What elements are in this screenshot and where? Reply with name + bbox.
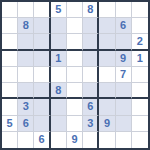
cell-r7c8[interactable] <box>116 99 132 115</box>
cell-r5c2[interactable] <box>18 67 34 83</box>
cell-r8c1[interactable]: 5 <box>2 116 18 132</box>
cell-r9c1[interactable] <box>2 132 18 148</box>
cell-r7c6[interactable]: 6 <box>83 99 99 115</box>
cell-r4c5[interactable] <box>67 51 83 67</box>
cell-r6c3[interactable] <box>34 83 50 99</box>
cell-r7c3[interactable] <box>34 99 50 115</box>
cell-r1c1[interactable] <box>2 2 18 18</box>
cell-r4c9[interactable]: 1 <box>132 51 148 67</box>
cell-r2c2[interactable]: 8 <box>18 18 34 34</box>
cell-r1c6[interactable]: 8 <box>83 2 99 18</box>
cell-r3c1[interactable] <box>2 34 18 50</box>
cell-r5c3[interactable] <box>34 67 50 83</box>
cell-r2c7[interactable] <box>99 18 115 34</box>
cell-r6c7[interactable] <box>99 83 115 99</box>
cell-r9c4[interactable] <box>51 132 67 148</box>
cell-r9c6[interactable] <box>83 132 99 148</box>
cell-r3c7[interactable] <box>99 34 115 50</box>
cell-r3c6[interactable] <box>83 34 99 50</box>
cell-r7c2[interactable]: 3 <box>18 99 34 115</box>
cell-r3c9[interactable]: 2 <box>132 34 148 50</box>
cell-r1c4[interactable]: 5 <box>51 2 67 18</box>
cell-r2c5[interactable] <box>67 18 83 34</box>
cell-r3c4[interactable] <box>51 34 67 50</box>
cell-r6c5[interactable] <box>67 83 83 99</box>
cell-r3c5[interactable] <box>67 34 83 50</box>
cell-r4c1[interactable] <box>2 51 18 67</box>
cell-r1c7[interactable] <box>99 2 115 18</box>
cell-r9c8[interactable] <box>116 132 132 148</box>
sudoku-board: 588621917836563969 <box>0 0 150 150</box>
cell-r1c3[interactable] <box>34 2 50 18</box>
cell-r9c5[interactable]: 9 <box>67 132 83 148</box>
cell-r7c4[interactable] <box>51 99 67 115</box>
cell-r4c3[interactable] <box>34 51 50 67</box>
cell-r7c1[interactable] <box>2 99 18 115</box>
cell-r8c8[interactable] <box>116 116 132 132</box>
cell-r9c2[interactable] <box>18 132 34 148</box>
cell-r6c9[interactable] <box>132 83 148 99</box>
cell-r1c2[interactable] <box>18 2 34 18</box>
cell-r1c9[interactable] <box>132 2 148 18</box>
cell-r8c6[interactable]: 3 <box>83 116 99 132</box>
cell-r2c9[interactable] <box>132 18 148 34</box>
cell-r2c3[interactable] <box>34 18 50 34</box>
cell-r8c7[interactable]: 9 <box>99 116 115 132</box>
cell-r4c8[interactable]: 9 <box>116 51 132 67</box>
cell-r6c8[interactable] <box>116 83 132 99</box>
cell-r5c8[interactable]: 7 <box>116 67 132 83</box>
cell-r5c1[interactable] <box>2 67 18 83</box>
cell-r4c2[interactable] <box>18 51 34 67</box>
cell-r5c6[interactable] <box>83 67 99 83</box>
cell-r8c2[interactable]: 6 <box>18 116 34 132</box>
cell-r8c3[interactable] <box>34 116 50 132</box>
cell-r3c8[interactable] <box>116 34 132 50</box>
cell-r3c2[interactable] <box>18 34 34 50</box>
cell-r1c8[interactable] <box>116 2 132 18</box>
cell-r6c6[interactable] <box>83 83 99 99</box>
cell-r5c4[interactable] <box>51 67 67 83</box>
cell-r6c4[interactable]: 8 <box>51 83 67 99</box>
cell-r2c6[interactable] <box>83 18 99 34</box>
cell-r6c1[interactable] <box>2 83 18 99</box>
cell-r4c7[interactable] <box>99 51 115 67</box>
cell-r2c4[interactable] <box>51 18 67 34</box>
cell-r6c2[interactable] <box>18 83 34 99</box>
cell-r5c5[interactable] <box>67 67 83 83</box>
cell-r9c7[interactable] <box>99 132 115 148</box>
cell-r5c7[interactable] <box>99 67 115 83</box>
cell-r4c6[interactable] <box>83 51 99 67</box>
cell-r9c9[interactable] <box>132 132 148 148</box>
cell-r9c3[interactable]: 6 <box>34 132 50 148</box>
cell-r8c5[interactable] <box>67 116 83 132</box>
cell-r7c9[interactable] <box>132 99 148 115</box>
cell-r2c8[interactable]: 6 <box>116 18 132 34</box>
cell-r7c5[interactable] <box>67 99 83 115</box>
cell-r8c9[interactable] <box>132 116 148 132</box>
cell-r7c7[interactable] <box>99 99 115 115</box>
cell-r5c9[interactable] <box>132 67 148 83</box>
cell-r3c3[interactable] <box>34 34 50 50</box>
cell-r2c1[interactable] <box>2 18 18 34</box>
cell-r8c4[interactable] <box>51 116 67 132</box>
cell-r4c4[interactable]: 1 <box>51 51 67 67</box>
cell-r1c5[interactable] <box>67 2 83 18</box>
